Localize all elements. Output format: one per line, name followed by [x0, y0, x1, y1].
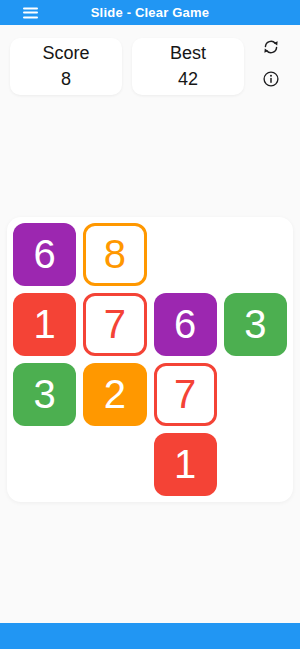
info-icon [262, 70, 280, 92]
tile-2-orange-r3c2[interactable]: 2 [83, 363, 146, 426]
best-value: 42 [178, 67, 198, 92]
empty-cell-r4c2 [83, 433, 146, 496]
best-label: Best [170, 41, 206, 66]
app-screen: Slide - Clear Game Score 8 Best 42 [0, 0, 300, 649]
tile-3-green-r3c1[interactable]: 3 [13, 363, 76, 426]
tile-1-red-r4c3[interactable]: 1 [154, 433, 217, 496]
tile-6-purple-r1c1[interactable]: 6 [13, 223, 76, 286]
score-value: 8 [61, 67, 71, 92]
tile-7-red-r3c3[interactable]: 7 [154, 363, 217, 426]
bottom-bar [0, 623, 300, 649]
tile-6-purple-r2c3[interactable]: 6 [154, 293, 217, 356]
game-board: 6817633271 [7, 217, 293, 502]
refresh-icon [262, 38, 280, 60]
empty-cell-r3c4 [224, 363, 287, 426]
empty-cell-r1c4 [224, 223, 287, 286]
tile-7-red-r2c2[interactable]: 7 [83, 293, 146, 356]
empty-cell-r1c3 [154, 223, 217, 286]
tile-3-green-r2c4[interactable]: 3 [224, 293, 287, 356]
score-card: Score 8 [10, 38, 122, 95]
header-bar: Slide - Clear Game [0, 0, 300, 25]
tile-1-red-r2c1[interactable]: 1 [13, 293, 76, 356]
best-card: Best 42 [132, 38, 244, 95]
score-label: Score [42, 41, 89, 66]
empty-cell-r4c4 [224, 433, 287, 496]
empty-cell-r4c1 [13, 433, 76, 496]
info-button[interactable] [261, 71, 281, 91]
restart-button[interactable] [261, 39, 281, 59]
tile-8-orange-r1c2[interactable]: 8 [83, 223, 146, 286]
hamburger-menu-icon[interactable] [23, 7, 38, 18]
page-title: Slide - Clear Game [91, 5, 209, 20]
